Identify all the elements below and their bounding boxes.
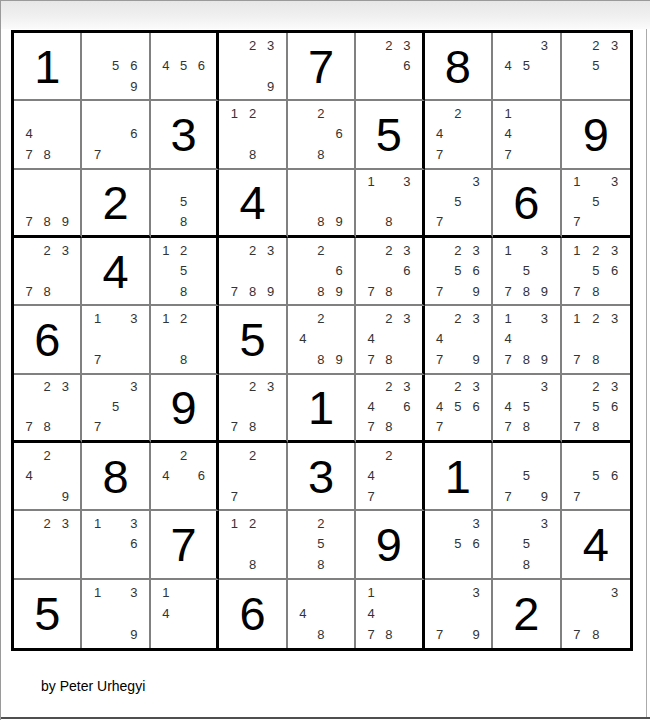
candidate-1: 1 — [88, 582, 106, 603]
candidate-9 — [398, 212, 416, 232]
cell-r1c4[interactable]: 239 — [219, 33, 287, 101]
candidate-1 — [225, 35, 243, 55]
candidate-6 — [193, 260, 211, 280]
cell-r4c2[interactable]: 4 — [82, 238, 150, 306]
candidate-5 — [107, 329, 125, 349]
pencil-marks: 34578 — [493, 375, 559, 440]
candidate-7: 7 — [362, 349, 380, 369]
cell-r1c5[interactable]: 7 — [288, 33, 356, 101]
candidate-4 — [294, 260, 312, 280]
cell-r3c5[interactable]: 89 — [288, 170, 356, 238]
candidate-2 — [38, 172, 56, 192]
candidate-2 — [517, 240, 535, 260]
candidate-2: 2 — [243, 445, 261, 465]
cell-r3c1[interactable]: 789 — [14, 170, 82, 238]
cell-r8c8[interactable]: 358 — [493, 511, 561, 579]
cell-r2c6[interactable]: 5 — [356, 101, 424, 169]
cell-r9c7[interactable]: 379 — [425, 580, 493, 648]
candidate-4 — [568, 397, 587, 417]
pencil-marks: 1357 — [562, 170, 630, 235]
cell-r2c1[interactable]: 478 — [14, 101, 82, 169]
candidate-3: 3 — [467, 172, 485, 192]
candidate-6 — [193, 329, 211, 349]
cell-r6c6[interactable]: 234678 — [356, 375, 424, 443]
candidate-3: 3 — [398, 172, 416, 192]
candidate-2 — [449, 513, 467, 533]
candidate-7: 7 — [568, 624, 587, 645]
solved-digit: 5 — [219, 306, 285, 372]
candidate-3: 3 — [605, 308, 624, 328]
candidate-5: 5 — [517, 55, 535, 75]
candidate-2 — [517, 308, 535, 328]
candidate-7 — [568, 76, 587, 96]
candidate-5: 5 — [312, 534, 330, 554]
candidate-3: 3 — [262, 240, 280, 260]
cell-r4c1[interactable]: 2378 — [14, 238, 82, 306]
candidate-2 — [107, 308, 125, 328]
candidate-3: 3 — [398, 35, 416, 55]
cell-r7c9[interactable]: 567 — [562, 443, 630, 511]
pencil-marks: 235 — [562, 33, 630, 99]
candidate-7: 7 — [362, 417, 380, 437]
candidate-9 — [535, 554, 553, 574]
cell-r4c6[interactable]: 23678 — [356, 238, 424, 306]
candidate-4 — [225, 124, 243, 144]
candidate-8: 8 — [312, 349, 330, 369]
pencil-marks: 579 — [493, 443, 559, 509]
pencil-marks: 12378 — [562, 306, 630, 372]
candidate-7: 7 — [431, 212, 449, 232]
cell-r1c9[interactable]: 235 — [562, 33, 630, 101]
cell-r1c1[interactable]: 1 — [14, 33, 82, 101]
candidate-7: 7 — [225, 417, 243, 437]
cell-r6c9[interactable]: 235678 — [562, 375, 630, 443]
candidate-4: 4 — [157, 55, 175, 75]
cell-r1c6[interactable]: 236 — [356, 33, 424, 101]
candidate-3 — [262, 513, 280, 533]
pencil-marks: 1235678 — [562, 238, 630, 304]
candidate-7: 7 — [362, 281, 380, 301]
candidate-6 — [398, 465, 416, 485]
candidate-5 — [107, 124, 125, 144]
candidate-4: 4 — [20, 124, 38, 144]
cell-r2c9[interactable]: 9 — [562, 101, 630, 169]
candidate-8: 8 — [175, 212, 193, 232]
candidate-2: 2 — [38, 240, 56, 260]
candidate-3: 3 — [262, 35, 280, 55]
cell-r1c3[interactable]: 456 — [151, 33, 219, 101]
cell-r3c4[interactable]: 4 — [219, 170, 287, 238]
cell-r6c8[interactable]: 34578 — [493, 375, 561, 443]
candidate-1 — [362, 445, 380, 465]
candidate-3: 3 — [467, 582, 485, 603]
solved-digit: 8 — [82, 443, 148, 509]
candidate-2 — [175, 35, 193, 55]
candidate-8: 8 — [517, 281, 535, 301]
candidate-9: 9 — [467, 624, 485, 645]
candidate-6: 6 — [467, 397, 485, 417]
pencil-marks: 357 — [425, 170, 491, 235]
cell-r4c9[interactable]: 1235678 — [562, 238, 630, 306]
candidate-1 — [225, 377, 243, 397]
candidate-2 — [517, 35, 535, 55]
cell-r7c8[interactable]: 579 — [493, 443, 561, 511]
candidate-4 — [20, 260, 38, 280]
cell-r2c7[interactable]: 247 — [425, 101, 493, 169]
cell-r2c8[interactable]: 147 — [493, 101, 561, 169]
cell-r1c2[interactable]: 569 — [82, 33, 150, 101]
candidate-6: 6 — [125, 534, 143, 554]
candidate-9 — [193, 624, 211, 645]
pencil-marks: 14 — [151, 580, 216, 648]
candidate-3 — [56, 445, 74, 465]
cell-r9c8[interactable]: 2 — [493, 580, 561, 648]
candidate-4 — [157, 192, 175, 212]
candidate-1 — [20, 445, 38, 465]
pencil-marks: 567 — [562, 443, 630, 509]
cell-r1c7[interactable]: 8 — [425, 33, 493, 101]
candidate-3: 3 — [262, 377, 280, 397]
candidate-4 — [362, 55, 380, 75]
cell-r4c4[interactable]: 23789 — [219, 238, 287, 306]
solved-digit: 9 — [151, 375, 216, 440]
candidate-9 — [398, 486, 416, 506]
candidate-3: 3 — [535, 35, 553, 55]
candidate-3: 3 — [605, 582, 624, 603]
pencil-marks: 23789 — [219, 238, 285, 304]
candidate-9: 9 — [535, 281, 553, 301]
candidate-8: 8 — [586, 349, 605, 369]
candidate-2: 2 — [243, 377, 261, 397]
candidate-3: 3 — [535, 377, 553, 397]
cell-r8c5[interactable]: 258 — [288, 511, 356, 579]
candidate-8: 8 — [586, 281, 605, 301]
candidate-2 — [312, 172, 330, 192]
candidate-1: 1 — [499, 308, 517, 328]
candidate-7: 7 — [568, 212, 587, 232]
cell-r2c2[interactable]: 67 — [82, 101, 150, 169]
pencil-marks: 357 — [82, 375, 148, 440]
candidate-1 — [294, 582, 312, 603]
candidate-1 — [431, 513, 449, 533]
candidate-1 — [499, 445, 517, 465]
candidate-8: 8 — [380, 212, 398, 232]
candidate-1 — [294, 240, 312, 260]
cell-r7c5[interactable]: 3 — [288, 443, 356, 511]
cell-r3c3[interactable]: 58 — [151, 170, 219, 238]
candidate-8: 8 — [38, 144, 56, 164]
candidate-7 — [157, 281, 175, 301]
cell-r4c5[interactable]: 2689 — [288, 238, 356, 306]
candidate-1 — [157, 172, 175, 192]
candidate-3 — [467, 103, 485, 123]
cell-r3c7[interactable]: 357 — [425, 170, 493, 238]
candidate-9 — [535, 417, 553, 437]
solved-digit: 6 — [14, 306, 80, 372]
candidate-5 — [517, 329, 535, 349]
candidate-5: 5 — [449, 397, 467, 417]
candidate-8: 8 — [312, 144, 330, 164]
cell-r8c1[interactable]: 23 — [14, 511, 82, 579]
candidate-5 — [243, 55, 261, 75]
candidate-7: 7 — [499, 417, 517, 437]
cell-r2c4[interactable]: 128 — [219, 101, 287, 169]
cell-r9c9[interactable]: 378 — [562, 580, 630, 648]
candidate-3 — [330, 103, 348, 123]
candidate-9 — [56, 144, 74, 164]
candidate-5: 5 — [449, 192, 467, 212]
candidate-7: 7 — [431, 281, 449, 301]
candidate-1: 1 — [88, 308, 106, 328]
candidate-6 — [330, 192, 348, 212]
candidate-9 — [605, 349, 624, 369]
candidate-4 — [88, 329, 106, 349]
candidate-5 — [243, 465, 261, 485]
candidate-8 — [38, 486, 56, 506]
candidate-9 — [467, 417, 485, 437]
candidate-7: 7 — [499, 281, 517, 301]
cell-r9c5[interactable]: 48 — [288, 580, 356, 648]
candidate-6 — [125, 603, 143, 624]
pencil-marks: 268 — [288, 101, 354, 167]
candidate-2: 2 — [243, 103, 261, 123]
candidate-9 — [193, 486, 211, 506]
candidate-3: 3 — [605, 240, 624, 260]
candidate-8: 8 — [380, 281, 398, 301]
cell-r9c3[interactable]: 14 — [151, 580, 219, 648]
candidate-8 — [586, 76, 605, 96]
cell-r4c3[interactable]: 1258 — [151, 238, 219, 306]
candidate-7 — [20, 486, 38, 506]
cell-r2c5[interactable]: 268 — [288, 101, 356, 169]
candidate-2 — [107, 103, 125, 123]
candidate-3: 3 — [535, 240, 553, 260]
cell-r7c6[interactable]: 247 — [356, 443, 424, 511]
candidate-3 — [193, 172, 211, 192]
cell-r8c7[interactable]: 356 — [425, 511, 493, 579]
candidate-2: 2 — [380, 308, 398, 328]
candidate-7: 7 — [431, 144, 449, 164]
candidate-8: 8 — [312, 624, 330, 645]
cell-r7c4[interactable]: 27 — [219, 443, 287, 511]
candidate-5: 5 — [175, 260, 193, 280]
pencil-marks: 1258 — [151, 238, 216, 304]
candidate-5 — [312, 603, 330, 624]
cell-r3c6[interactable]: 138 — [356, 170, 424, 238]
candidate-7 — [294, 144, 312, 164]
candidate-2 — [175, 582, 193, 603]
cell-r6c7[interactable]: 234567 — [425, 375, 493, 443]
candidate-2 — [312, 582, 330, 603]
solved-digit: 6 — [493, 170, 559, 235]
cell-r5c8[interactable]: 134789 — [493, 306, 561, 374]
pencil-marks: 236 — [356, 33, 421, 99]
candidate-1: 1 — [568, 172, 587, 192]
candidate-1 — [499, 513, 517, 533]
candidate-2: 2 — [586, 35, 605, 55]
cell-r5c3[interactable]: 128 — [151, 306, 219, 374]
pencil-marks: 2489 — [288, 306, 354, 372]
candidate-4 — [294, 192, 312, 212]
cell-r3c8[interactable]: 6 — [493, 170, 561, 238]
candidate-8: 8 — [38, 417, 56, 437]
candidate-6 — [535, 534, 553, 554]
cell-r8c4[interactable]: 128 — [219, 511, 287, 579]
candidate-5 — [312, 192, 330, 212]
candidate-6 — [605, 55, 624, 75]
candidate-2 — [380, 582, 398, 603]
solved-digit: 8 — [425, 33, 491, 99]
candidate-2: 2 — [380, 35, 398, 55]
candidate-5 — [517, 124, 535, 144]
cell-r8c9[interactable]: 4 — [562, 511, 630, 579]
cell-r9c2[interactable]: 139 — [82, 580, 150, 648]
candidate-5 — [107, 534, 125, 554]
candidate-3: 3 — [56, 377, 74, 397]
cell-r2c3[interactable]: 3 — [151, 101, 219, 169]
candidate-4 — [88, 603, 106, 624]
candidate-3: 3 — [125, 377, 143, 397]
cell-r6c1[interactable]: 2378 — [14, 375, 82, 443]
candidate-4 — [431, 534, 449, 554]
candidate-9 — [56, 554, 74, 574]
cell-r9c6[interactable]: 1478 — [356, 580, 424, 648]
candidate-5 — [38, 192, 56, 212]
candidate-1 — [294, 308, 312, 328]
candidate-5: 5 — [107, 397, 125, 417]
candidate-4 — [157, 329, 175, 349]
candidate-8 — [380, 486, 398, 506]
candidate-8 — [449, 554, 467, 574]
cell-r9c1[interactable]: 5 — [14, 580, 82, 648]
candidate-3 — [398, 445, 416, 465]
candidate-5: 5 — [586, 260, 605, 280]
candidate-9: 9 — [535, 486, 553, 506]
cell-r9c4[interactable]: 6 — [219, 580, 287, 648]
pencil-marks: 234678 — [356, 375, 421, 440]
pencil-marks: 569 — [82, 33, 148, 99]
pencil-marks: 23 — [14, 511, 80, 577]
candidate-4 — [499, 534, 517, 554]
candidate-8 — [380, 76, 398, 96]
cell-r7c2[interactable]: 8 — [82, 443, 150, 511]
candidate-5 — [38, 534, 56, 554]
candidate-8 — [449, 212, 467, 232]
pencil-marks: 235679 — [425, 238, 491, 304]
cell-r8c3[interactable]: 7 — [151, 511, 219, 579]
cell-r4c7[interactable]: 235679 — [425, 238, 493, 306]
candidate-1 — [431, 308, 449, 328]
candidate-3: 3 — [398, 308, 416, 328]
cell-r3c9[interactable]: 1357 — [562, 170, 630, 238]
cell-r1c8[interactable]: 345 — [493, 33, 561, 101]
candidate-8 — [107, 76, 125, 96]
candidate-7 — [225, 554, 243, 574]
candidate-5 — [38, 465, 56, 485]
cell-r8c6[interactable]: 9 — [356, 511, 424, 579]
candidate-4: 4 — [431, 329, 449, 349]
pencil-marks: 27 — [219, 443, 285, 509]
cell-r5c6[interactable]: 23478 — [356, 306, 424, 374]
candidate-1 — [568, 445, 587, 465]
candidate-2 — [586, 445, 605, 465]
candidate-9: 9 — [330, 349, 348, 369]
cell-r7c3[interactable]: 246 — [151, 443, 219, 511]
candidate-8 — [243, 486, 261, 506]
candidate-1 — [294, 172, 312, 192]
cell-r6c3[interactable]: 9 — [151, 375, 219, 443]
candidate-2: 2 — [175, 240, 193, 260]
candidate-7: 7 — [88, 144, 106, 164]
candidate-2 — [107, 582, 125, 603]
candidate-6 — [467, 603, 485, 624]
pencil-marks: 23479 — [425, 306, 491, 372]
candidate-4 — [362, 192, 380, 212]
solved-digit: 9 — [562, 101, 630, 167]
candidate-3 — [398, 582, 416, 603]
candidate-3 — [535, 103, 553, 123]
cell-r5c5[interactable]: 2489 — [288, 306, 356, 374]
cell-r6c4[interactable]: 2378 — [219, 375, 287, 443]
candidate-5: 5 — [517, 534, 535, 554]
candidate-7 — [294, 554, 312, 574]
cell-r7c7[interactable]: 1 — [425, 443, 493, 511]
candidate-2: 2 — [449, 377, 467, 397]
candidate-1: 1 — [157, 240, 175, 260]
cell-r8c2[interactable]: 136 — [82, 511, 150, 579]
candidate-6 — [330, 329, 348, 349]
cell-r6c5[interactable]: 1 — [288, 375, 356, 443]
candidate-1: 1 — [362, 582, 380, 603]
candidate-9 — [262, 417, 280, 437]
candidate-1: 1 — [499, 103, 517, 123]
candidate-1: 1 — [225, 103, 243, 123]
candidate-4 — [20, 534, 38, 554]
candidate-2: 2 — [243, 240, 261, 260]
candidate-5 — [38, 260, 56, 280]
candidate-3 — [125, 103, 143, 123]
candidate-6: 6 — [330, 260, 348, 280]
cell-r6c2[interactable]: 357 — [82, 375, 150, 443]
cell-r5c9[interactable]: 12378 — [562, 306, 630, 374]
candidate-8 — [175, 76, 193, 96]
candidate-2 — [380, 172, 398, 192]
cell-r5c2[interactable]: 137 — [82, 306, 150, 374]
cell-r5c4[interactable]: 5 — [219, 306, 287, 374]
cell-r3c2[interactable]: 2 — [82, 170, 150, 238]
candidate-8 — [586, 486, 605, 506]
candidate-1 — [20, 103, 38, 123]
candidate-6 — [605, 329, 624, 349]
candidate-8: 8 — [517, 349, 535, 369]
pencil-marks: 128 — [219, 101, 285, 167]
solved-digit: 3 — [288, 443, 354, 509]
candidate-4 — [568, 55, 587, 75]
candidate-4: 4 — [20, 465, 38, 485]
candidate-5 — [38, 397, 56, 417]
candidate-2: 2 — [586, 240, 605, 260]
candidate-9 — [193, 281, 211, 301]
candidate-3: 3 — [467, 308, 485, 328]
candidate-3 — [56, 103, 74, 123]
candidate-8 — [449, 349, 467, 369]
candidate-5 — [243, 534, 261, 554]
cell-r4c8[interactable]: 135789 — [493, 238, 561, 306]
cell-r5c7[interactable]: 23479 — [425, 306, 493, 374]
cell-r5c1[interactable]: 6 — [14, 306, 82, 374]
cell-r7c1[interactable]: 249 — [14, 443, 82, 511]
candidate-5 — [38, 124, 56, 144]
